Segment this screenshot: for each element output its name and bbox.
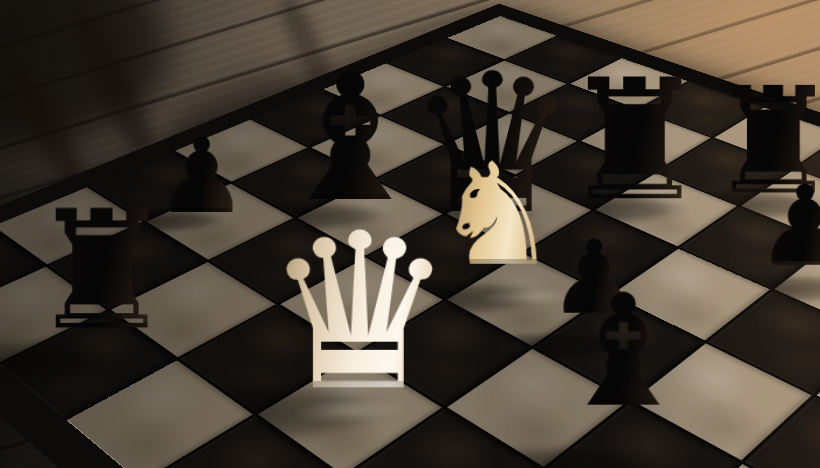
black-bishop[interactable]: ♝ <box>554 273 693 428</box>
chess-scene: ♜♜♟♛♝♞♟♟♝♛♜ <box>0 0 820 468</box>
piece-reflection <box>268 391 429 431</box>
board-grid: ♜♜♟♛♝♞♟♟♝♛♜ <box>0 16 820 468</box>
chess-board: ♜♜♟♛♝♞♟♟♝♛♜ <box>0 4 820 468</box>
board-perspective-wrap: ♜♜♟♛♝♞♟♟♝♛♜ <box>49 0 820 468</box>
